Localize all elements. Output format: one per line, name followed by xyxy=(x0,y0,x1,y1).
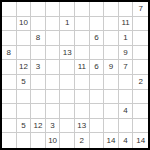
cell-r8c3[interactable] xyxy=(31,104,46,119)
cell-r4c3[interactable] xyxy=(31,46,46,61)
cell-r10c2[interactable] xyxy=(17,133,32,148)
cell-r2c10[interactable] xyxy=(133,17,148,32)
cell-r9c5[interactable] xyxy=(60,119,75,134)
cell-r8c7[interactable] xyxy=(90,104,105,119)
cell-r3c10[interactable] xyxy=(133,31,148,46)
cell-r7c5[interactable] xyxy=(60,90,75,105)
cell-r1c8[interactable] xyxy=(104,2,119,17)
cell-r1c4[interactable] xyxy=(46,2,61,17)
cell-r2c9-clue-11[interactable]: 11 xyxy=(119,17,134,32)
cell-r6c5[interactable] xyxy=(60,75,75,90)
cell-r2c6[interactable] xyxy=(75,17,90,32)
cell-r7c9[interactable] xyxy=(119,90,134,105)
cell-r10c6-clue-2[interactable]: 2 xyxy=(75,133,90,148)
cell-r5c3-clue-3[interactable]: 3 xyxy=(31,60,46,75)
cell-r6c4[interactable] xyxy=(46,75,61,90)
cell-r5c10[interactable] xyxy=(133,60,148,75)
cell-r1c9[interactable] xyxy=(119,2,134,17)
cell-r4c8[interactable] xyxy=(104,46,119,61)
cell-r8c9-clue-4[interactable]: 4 xyxy=(119,104,134,119)
cell-r10c8-clue-14[interactable]: 14 xyxy=(104,133,119,148)
cell-r4c10[interactable] xyxy=(133,46,148,61)
cell-r3c9-clue-1[interactable]: 1 xyxy=(119,31,134,46)
cell-r7c6[interactable] xyxy=(75,90,90,105)
cell-r8c6[interactable] xyxy=(75,104,90,119)
cell-r9c3-clue-12[interactable]: 12 xyxy=(31,119,46,134)
cell-r5c6-clue-11[interactable]: 11 xyxy=(75,60,90,75)
cell-r3c4[interactable] xyxy=(46,31,61,46)
cell-r8c10[interactable] xyxy=(133,104,148,119)
cell-r8c2[interactable] xyxy=(17,104,32,119)
cell-r6c10-clue-2[interactable]: 2 xyxy=(133,75,148,90)
cell-r3c2[interactable] xyxy=(17,31,32,46)
cell-r1c2[interactable] xyxy=(17,2,32,17)
cell-r6c8[interactable] xyxy=(104,75,119,90)
cell-r10c10-clue-14[interactable]: 14 xyxy=(133,133,148,148)
cell-r3c6[interactable] xyxy=(75,31,90,46)
cell-r5c9-clue-7[interactable]: 7 xyxy=(119,60,134,75)
cell-r2c2-clue-10[interactable]: 10 xyxy=(17,17,32,32)
cell-r1c3[interactable] xyxy=(31,2,46,17)
cell-r10c7[interactable] xyxy=(90,133,105,148)
cell-r10c4-clue-10[interactable]: 10 xyxy=(46,133,61,148)
cell-r8c1[interactable] xyxy=(2,104,17,119)
cell-r3c7-clue-6[interactable]: 6 xyxy=(90,31,105,46)
cell-r5c2-clue-12[interactable]: 12 xyxy=(17,60,32,75)
cell-r6c1[interactable] xyxy=(2,75,17,90)
cell-r1c5[interactable] xyxy=(60,2,75,17)
cell-r8c4[interactable] xyxy=(46,104,61,119)
cell-r6c3[interactable] xyxy=(31,75,46,90)
cell-r1c7[interactable] xyxy=(90,2,105,17)
cell-r7c7[interactable] xyxy=(90,90,105,105)
cell-r7c2[interactable] xyxy=(17,90,32,105)
cell-r2c7[interactable] xyxy=(90,17,105,32)
cell-r7c3[interactable] xyxy=(31,90,46,105)
cell-r2c3[interactable] xyxy=(31,17,46,32)
cell-r4c9-clue-9[interactable]: 9 xyxy=(119,46,134,61)
cell-r6c2-clue-5[interactable]: 5 xyxy=(17,75,32,90)
cell-r4c7[interactable] xyxy=(90,46,105,61)
cell-r2c4[interactable] xyxy=(46,17,61,32)
cell-r4c5-clue-13[interactable]: 13 xyxy=(60,46,75,61)
cell-r10c5[interactable] xyxy=(60,133,75,148)
cell-r9c8[interactable] xyxy=(104,119,119,134)
cell-r8c8[interactable] xyxy=(104,104,119,119)
cell-r7c1[interactable] xyxy=(2,90,17,105)
cell-r1c10-clue-7[interactable]: 7 xyxy=(133,2,148,17)
cell-r3c1[interactable] xyxy=(2,31,17,46)
cell-r9c4-clue-3[interactable]: 3 xyxy=(46,119,61,134)
cell-r6c6[interactable] xyxy=(75,75,90,90)
cell-r7c8[interactable] xyxy=(104,90,119,105)
cell-r2c1[interactable] xyxy=(2,17,17,32)
cell-r4c4[interactable] xyxy=(46,46,61,61)
cell-r4c2[interactable] xyxy=(17,46,32,61)
cell-r9c9[interactable] xyxy=(119,119,134,134)
cell-r9c10[interactable] xyxy=(133,119,148,134)
cell-r5c5[interactable] xyxy=(60,60,75,75)
cell-r6c9[interactable] xyxy=(119,75,134,90)
cell-r6c7[interactable] xyxy=(90,75,105,90)
cell-r4c1-clue-8[interactable]: 8 xyxy=(2,46,17,61)
cell-r3c8[interactable] xyxy=(104,31,119,46)
cell-r10c9-clue-4[interactable]: 4 xyxy=(119,133,134,148)
cell-r4c6[interactable] xyxy=(75,46,90,61)
cell-r1c6[interactable] xyxy=(75,2,90,17)
cell-r5c1[interactable] xyxy=(2,60,17,75)
cell-r5c4[interactable] xyxy=(46,60,61,75)
cell-r9c6-clue-13[interactable]: 13 xyxy=(75,119,90,134)
cell-r5c7-clue-6[interactable]: 6 xyxy=(90,60,105,75)
cell-r1c1[interactable] xyxy=(2,2,17,17)
cell-r5c8-clue-9[interactable]: 9 xyxy=(104,60,119,75)
cell-r8c5[interactable] xyxy=(60,104,75,119)
puzzle-board: 71011186181391231169752451231310214414 xyxy=(0,0,150,150)
cell-r7c10[interactable] xyxy=(133,90,148,105)
cell-r3c3-clue-8[interactable]: 8 xyxy=(31,31,46,46)
cell-r10c3[interactable] xyxy=(31,133,46,148)
cell-r2c8[interactable] xyxy=(104,17,119,32)
cell-r9c1[interactable] xyxy=(2,119,17,134)
cell-r10c1[interactable] xyxy=(2,133,17,148)
cell-r2c5-clue-1[interactable]: 1 xyxy=(60,17,75,32)
cell-r7c4[interactable] xyxy=(46,90,61,105)
cell-r3c5[interactable] xyxy=(60,31,75,46)
cell-r9c7[interactable] xyxy=(90,119,105,134)
cell-r9c2-clue-5[interactable]: 5 xyxy=(17,119,32,134)
